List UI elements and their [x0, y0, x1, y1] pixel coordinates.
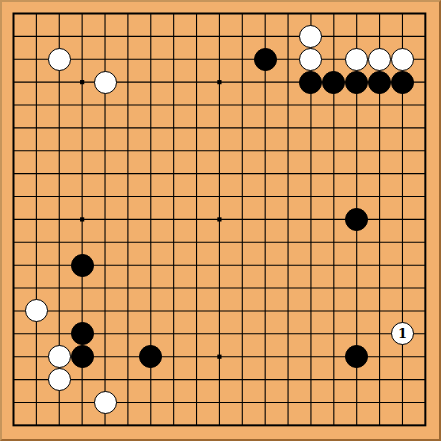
white-stone[interactable]	[94, 391, 117, 414]
white-stone[interactable]	[94, 71, 117, 94]
white-stone-move-1[interactable]: 1	[391, 322, 414, 345]
white-stone[interactable]	[299, 48, 322, 71]
black-stone[interactable]	[368, 71, 391, 94]
white-stone[interactable]	[299, 25, 322, 48]
stone-layer: 1	[2, 2, 437, 437]
black-stone[interactable]	[254, 48, 277, 71]
white-stone[interactable]	[48, 48, 71, 71]
black-stone[interactable]	[322, 71, 345, 94]
move-number-label: 1	[398, 327, 407, 340]
go-diagram: 1	[0, 0, 441, 441]
black-stone[interactable]	[345, 71, 368, 94]
white-stone[interactable]	[391, 48, 414, 71]
black-stone[interactable]	[71, 322, 94, 345]
white-stone[interactable]	[345, 48, 368, 71]
black-stone[interactable]	[299, 71, 322, 94]
black-stone[interactable]	[345, 345, 368, 368]
black-stone[interactable]	[139, 345, 162, 368]
white-stone[interactable]	[48, 345, 71, 368]
go-board[interactable]: 1	[0, 0, 441, 441]
black-stone[interactable]	[345, 208, 368, 231]
black-stone[interactable]	[71, 254, 94, 277]
white-stone[interactable]	[48, 368, 71, 391]
black-stone[interactable]	[71, 345, 94, 368]
white-stone[interactable]	[368, 48, 391, 71]
black-stone[interactable]	[391, 71, 414, 94]
white-stone[interactable]	[25, 299, 48, 322]
